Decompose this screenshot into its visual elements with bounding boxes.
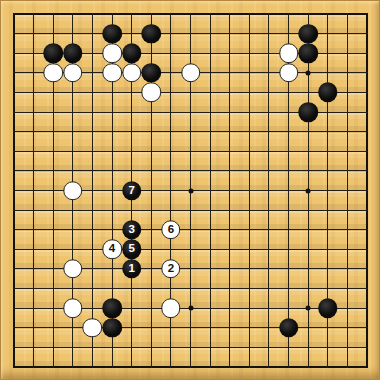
goban-grid[interactable]: 1234567 bbox=[13, 13, 368, 368]
white-stone bbox=[63, 298, 83, 318]
grid-line-horizontal bbox=[13, 288, 368, 289]
black-stone bbox=[298, 102, 318, 122]
star-point bbox=[306, 188, 311, 193]
black-stone-move-3: 3 bbox=[122, 220, 142, 240]
grid-line-horizontal bbox=[13, 229, 368, 230]
black-stone bbox=[102, 24, 122, 44]
grid-line-vertical bbox=[229, 13, 230, 368]
white-stone bbox=[102, 63, 122, 83]
white-stone bbox=[279, 63, 299, 83]
black-stone-move-1: 1 bbox=[122, 259, 142, 279]
grid-line-vertical bbox=[249, 13, 250, 368]
black-stone bbox=[298, 43, 318, 63]
black-stone bbox=[142, 24, 162, 44]
black-stone-move-7: 7 bbox=[122, 181, 142, 201]
white-stone bbox=[102, 43, 122, 63]
grid-line-horizontal bbox=[13, 327, 368, 328]
white-stone bbox=[142, 83, 162, 103]
star-point bbox=[306, 306, 311, 311]
grid-line-vertical bbox=[210, 13, 211, 368]
grid-line-horizontal bbox=[13, 210, 368, 211]
white-stone bbox=[279, 43, 299, 63]
black-stone bbox=[298, 24, 318, 44]
white-stone bbox=[122, 63, 142, 83]
black-stone bbox=[142, 63, 162, 83]
white-stone-move-4: 4 bbox=[102, 240, 122, 260]
black-stone bbox=[102, 298, 122, 318]
star-point bbox=[306, 70, 311, 75]
black-stone bbox=[318, 83, 338, 103]
black-stone bbox=[43, 43, 63, 63]
black-stone bbox=[102, 318, 122, 338]
grid-line-vertical bbox=[268, 13, 269, 368]
white-stone bbox=[63, 181, 83, 201]
black-stone-move-5: 5 bbox=[122, 240, 142, 260]
goban: 1234567 bbox=[0, 0, 380, 380]
grid-line-horizontal bbox=[13, 347, 368, 348]
black-stone bbox=[122, 43, 142, 63]
star-point bbox=[188, 306, 193, 311]
white-stone bbox=[83, 318, 103, 338]
white-stone bbox=[63, 63, 83, 83]
grid-line-horizontal bbox=[13, 249, 368, 250]
white-stone bbox=[181, 63, 201, 83]
black-stone bbox=[318, 298, 338, 318]
black-stone bbox=[63, 43, 83, 63]
white-stone bbox=[43, 63, 63, 83]
black-stone bbox=[279, 318, 299, 338]
white-stone bbox=[161, 298, 181, 318]
white-stone bbox=[63, 259, 83, 279]
white-stone-move-2: 2 bbox=[161, 259, 181, 279]
white-stone-move-6: 6 bbox=[161, 220, 181, 240]
star-point bbox=[188, 188, 193, 193]
grid-line-vertical bbox=[347, 13, 348, 368]
